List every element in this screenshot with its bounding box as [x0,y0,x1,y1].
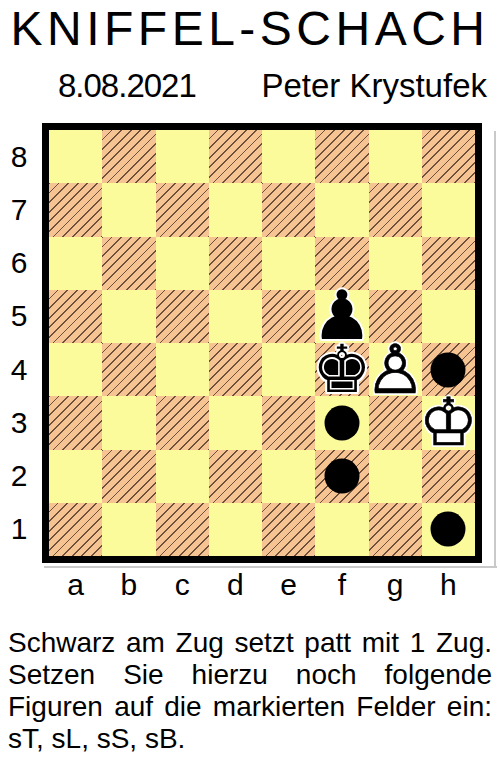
square-g5 [369,290,422,343]
square-a8 [49,130,102,183]
square-h6 [422,237,475,290]
square-b4 [102,343,155,396]
square-e7 [262,183,315,236]
caption: Schwarz am Zug setzt patt mit 1 Zug. Set… [8,627,492,755]
file-label-h: h [422,563,475,607]
square-d8 [209,130,262,183]
square-h3: ♚♔ [422,396,475,449]
white-king: ♚♔ [422,396,475,449]
white-king-outline: ♔ [422,396,475,449]
caption-line-1: Schwarz am Zug setzt patt mit 1 Zug. [8,627,492,659]
square-a1 [49,503,102,556]
square-c8 [156,130,209,183]
square-f1 [315,503,368,556]
square-c3 [156,396,209,449]
rank-label-1: 1 [0,503,38,556]
rank-label-5: 5 [0,290,38,343]
square-a7 [49,183,102,236]
caption-line-3: Figuren auf die markierten Felder ein: [8,691,492,723]
file-labels: abcdefgh [49,563,475,607]
file-label-c: c [156,563,209,607]
square-b2 [102,450,155,503]
square-f6 [315,237,368,290]
square-d4 [209,343,262,396]
square-d6 [209,237,262,290]
marked-square-dot-h1 [431,512,466,547]
square-d5 [209,290,262,343]
square-f5: ♟ [315,290,368,343]
white-king-fill: ♚ [422,396,475,449]
square-h7 [422,183,475,236]
subtitle-row: 8.08.2021 Peter Krystufek [58,66,487,106]
rank-label-8: 8 [0,130,38,183]
square-c5 [156,290,209,343]
square-b7 [102,183,155,236]
square-e3 [262,396,315,449]
square-c6 [156,237,209,290]
board: ♟♚♟♙♚♔ [42,123,482,563]
square-a6 [49,237,102,290]
marked-square-dot-f3 [324,405,359,440]
author-name: Peter Krystufek [261,66,487,106]
square-a5 [49,290,102,343]
square-e8 [262,130,315,183]
square-b5 [102,290,155,343]
square-a4 [49,343,102,396]
rank-label-3: 3 [0,396,38,449]
square-e5 [262,290,315,343]
white-pawn-fill: ♟ [369,343,422,396]
marked-square-dot-h4 [431,352,466,387]
square-e6 [262,237,315,290]
page-title: KNIFFEL-SCHACH [0,1,500,57]
square-b3 [102,396,155,449]
square-e2 [262,450,315,503]
square-c1 [156,503,209,556]
square-h1 [422,503,475,556]
square-f8 [315,130,368,183]
file-label-a: a [49,563,102,607]
square-f7 [315,183,368,236]
caption-line-4: sT, sL, sS, sB. [8,723,492,755]
square-g6 [369,237,422,290]
square-g4: ♟♙ [369,343,422,396]
square-g3 [369,396,422,449]
puzzle-date: 8.08.2021 [58,66,196,106]
board-shadow-bottom [44,566,497,568]
rank-label-7: 7 [0,183,38,236]
square-c7 [156,183,209,236]
square-g1 [369,503,422,556]
square-e4 [262,343,315,396]
rank-label-6: 6 [0,237,38,290]
square-d7 [209,183,262,236]
square-d2 [209,450,262,503]
square-d3 [209,396,262,449]
file-label-g: g [369,563,422,607]
marked-square-dot-f2 [324,459,359,494]
rank-label-4: 4 [0,343,38,396]
square-b1 [102,503,155,556]
square-d1 [209,503,262,556]
black-king: ♚ [315,343,368,396]
rank-labels: 87654321 [0,130,38,556]
square-a2 [49,450,102,503]
file-label-f: f [315,563,368,607]
square-g8 [369,130,422,183]
square-f3 [315,396,368,449]
caption-line-2: Setzen Sie hierzu noch folgende [8,659,492,691]
white-pawn-outline: ♙ [369,343,422,396]
square-c2 [156,450,209,503]
square-b8 [102,130,155,183]
file-label-e: e [262,563,315,607]
square-h5 [422,290,475,343]
page: KNIFFEL-SCHACH 8.08.2021 Peter Krystufek… [0,0,500,760]
file-label-b: b [102,563,155,607]
square-f2 [315,450,368,503]
square-c4 [156,343,209,396]
square-g2 [369,450,422,503]
square-f4: ♚ [315,343,368,396]
square-h2 [422,450,475,503]
square-a3 [49,396,102,449]
square-g7 [369,183,422,236]
square-e1 [262,503,315,556]
square-h8 [422,130,475,183]
board-shadow-right [494,131,496,568]
square-h4 [422,343,475,396]
file-label-d: d [209,563,262,607]
rank-label-2: 2 [0,450,38,503]
square-b6 [102,237,155,290]
white-pawn: ♟♙ [369,343,422,396]
black-pawn: ♟ [315,290,368,343]
